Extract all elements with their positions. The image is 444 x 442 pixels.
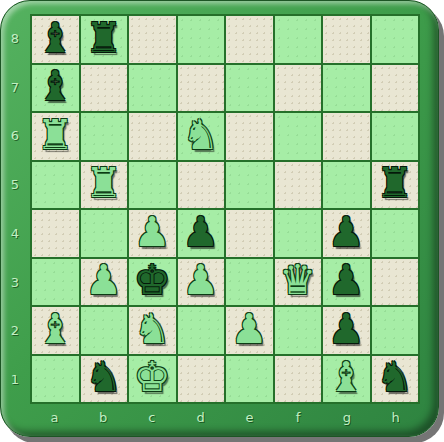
square-b5[interactable]: ♜: [81, 162, 128, 209]
square-a2[interactable]: ♝: [32, 307, 79, 354]
file-label-b: b: [79, 404, 128, 430]
square-e3[interactable]: [226, 259, 273, 306]
square-d2[interactable]: [178, 307, 225, 354]
square-h8[interactable]: [372, 16, 419, 63]
file-labels: abcdefgh: [30, 404, 420, 430]
piece-white-queen[interactable]: ♛: [279, 260, 316, 301]
square-h4[interactable]: [372, 210, 419, 257]
piece-black-bishop[interactable]: ♝: [37, 18, 74, 59]
rank-label-8: 8: [0, 14, 30, 63]
chess-app: 87654321 ♝♜♝♜♞♜♜♟♟♟♟♚♟♛♟♝♞♟♟♞♚♝♞ abcdefg…: [0, 0, 444, 442]
square-e7[interactable]: [226, 65, 273, 112]
square-g5[interactable]: [323, 162, 370, 209]
rank-label-5: 5: [0, 160, 30, 209]
square-b2[interactable]: [81, 307, 128, 354]
square-f8[interactable]: [275, 16, 322, 63]
piece-white-king[interactable]: ♚: [134, 357, 171, 398]
piece-black-bishop[interactable]: ♝: [37, 66, 74, 107]
square-h2[interactable]: [372, 307, 419, 354]
piece-white-pawn[interactable]: ♟: [182, 260, 219, 301]
piece-white-rook[interactable]: ♜: [85, 163, 122, 204]
square-c2[interactable]: ♞: [129, 307, 176, 354]
square-d5[interactable]: [178, 162, 225, 209]
square-b6[interactable]: [81, 113, 128, 160]
square-f2[interactable]: [275, 307, 322, 354]
square-a1[interactable]: [32, 356, 79, 403]
square-g4[interactable]: ♟: [323, 210, 370, 257]
square-g6[interactable]: [323, 113, 370, 160]
square-e6[interactable]: [226, 113, 273, 160]
square-d7[interactable]: [178, 65, 225, 112]
square-e5[interactable]: [226, 162, 273, 209]
square-f1[interactable]: [275, 356, 322, 403]
piece-black-knight[interactable]: ♞: [376, 357, 413, 398]
chess-board: ♝♜♝♜♞♜♜♟♟♟♟♚♟♛♟♝♞♟♟♞♚♝♞: [30, 14, 420, 404]
square-b7[interactable]: [81, 65, 128, 112]
square-a4[interactable]: [32, 210, 79, 257]
file-label-g: g: [323, 404, 372, 430]
piece-white-bishop[interactable]: ♝: [328, 357, 365, 398]
file-label-h: h: [371, 404, 420, 430]
file-label-a: a: [30, 404, 79, 430]
square-f7[interactable]: [275, 65, 322, 112]
square-d4[interactable]: ♟: [178, 210, 225, 257]
piece-white-knight[interactable]: ♞: [134, 309, 171, 350]
file-label-f: f: [274, 404, 323, 430]
square-a7[interactable]: ♝: [32, 65, 79, 112]
piece-white-knight[interactable]: ♞: [182, 115, 219, 156]
square-d1[interactable]: [178, 356, 225, 403]
square-g1[interactable]: ♝: [323, 356, 370, 403]
rank-label-3: 3: [0, 258, 30, 307]
square-h3[interactable]: [372, 259, 419, 306]
piece-black-pawn[interactable]: ♟: [182, 212, 219, 253]
rank-label-7: 7: [0, 63, 30, 112]
square-h6[interactable]: [372, 113, 419, 160]
square-c1[interactable]: ♚: [129, 356, 176, 403]
square-c3[interactable]: ♚: [129, 259, 176, 306]
piece-black-king[interactable]: ♚: [134, 260, 171, 301]
square-b3[interactable]: ♟: [81, 259, 128, 306]
piece-white-rook[interactable]: ♜: [37, 115, 74, 156]
square-e1[interactable]: [226, 356, 273, 403]
piece-black-pawn[interactable]: ♟: [328, 212, 365, 253]
piece-black-pawn[interactable]: ♟: [328, 260, 365, 301]
square-e2[interactable]: ♟: [226, 307, 273, 354]
square-h7[interactable]: [372, 65, 419, 112]
piece-black-rook[interactable]: ♜: [376, 163, 413, 204]
square-a5[interactable]: [32, 162, 79, 209]
square-f6[interactable]: [275, 113, 322, 160]
piece-white-pawn[interactable]: ♟: [85, 260, 122, 301]
square-g8[interactable]: [323, 16, 370, 63]
square-d8[interactable]: [178, 16, 225, 63]
square-c7[interactable]: [129, 65, 176, 112]
square-c5[interactable]: [129, 162, 176, 209]
square-c6[interactable]: [129, 113, 176, 160]
square-g2[interactable]: ♟: [323, 307, 370, 354]
square-c4[interactable]: ♟: [129, 210, 176, 257]
square-e4[interactable]: [226, 210, 273, 257]
square-d3[interactable]: ♟: [178, 259, 225, 306]
piece-white-pawn[interactable]: ♟: [134, 212, 171, 253]
square-a6[interactable]: ♜: [32, 113, 79, 160]
piece-white-bishop[interactable]: ♝: [37, 309, 74, 350]
square-f3[interactable]: ♛: [275, 259, 322, 306]
rank-label-6: 6: [0, 112, 30, 161]
piece-white-pawn[interactable]: ♟: [231, 309, 268, 350]
rank-label-2: 2: [0, 307, 30, 356]
square-a3[interactable]: [32, 259, 79, 306]
square-h1[interactable]: ♞: [372, 356, 419, 403]
square-a8[interactable]: ♝: [32, 16, 79, 63]
square-f5[interactable]: [275, 162, 322, 209]
square-g3[interactable]: ♟: [323, 259, 370, 306]
file-label-c: c: [128, 404, 177, 430]
square-h5[interactable]: ♜: [372, 162, 419, 209]
square-b1[interactable]: ♞: [81, 356, 128, 403]
rank-labels: 87654321: [0, 14, 30, 404]
piece-black-rook[interactable]: ♜: [85, 18, 122, 59]
square-d6[interactable]: ♞: [178, 113, 225, 160]
piece-black-pawn[interactable]: ♟: [328, 309, 365, 350]
file-label-e: e: [225, 404, 274, 430]
square-c8[interactable]: [129, 16, 176, 63]
rank-label-1: 1: [0, 355, 30, 404]
file-label-d: d: [176, 404, 225, 430]
square-e8[interactable]: [226, 16, 273, 63]
square-f4[interactable]: [275, 210, 322, 257]
square-g7[interactable]: [323, 65, 370, 112]
rank-label-4: 4: [0, 209, 30, 258]
square-b4[interactable]: [81, 210, 128, 257]
square-b8[interactable]: ♜: [81, 16, 128, 63]
piece-black-knight[interactable]: ♞: [85, 357, 122, 398]
